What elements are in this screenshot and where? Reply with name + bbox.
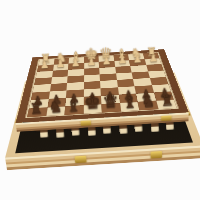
- black-n-piece: ♞: [138, 92, 158, 109]
- hinge-icon: [75, 156, 87, 163]
- square-a8: ♜: [156, 100, 177, 110]
- square-g5: [50, 83, 68, 91]
- board-clasp-icon: [80, 120, 91, 126]
- board-clasp-icon: [161, 115, 171, 121]
- black-b-piece: ♝: [120, 93, 140, 110]
- black-q-piece: ♛: [101, 92, 121, 111]
- square-b8: ♞: [138, 101, 158, 111]
- black-n-piece: ♞: [45, 98, 65, 115]
- square-b4: [132, 71, 150, 79]
- white-p-piece: ♟: [129, 54, 145, 65]
- square-e8: ♚: [83, 104, 102, 114]
- white-p-piece: ♟: [68, 58, 84, 69]
- square-g8: ♞: [46, 106, 65, 116]
- black-k-piece: ♚: [82, 92, 102, 112]
- chess-board: ♜♞♝♚♛♝♞♜♟♟♟♟♟♟♟♟♟♟♟♟♟♟♟♟♜♞♝♚♛♝♞♜: [16, 49, 189, 123]
- square-d8: ♛: [101, 103, 120, 113]
- hinge-icon: [151, 151, 163, 158]
- scene-3d: ♜♞♝♚♛♝♞♜♟♟♟♟♟♟♟♟♟♟♟♟♟♟♟♟♜♞♝♚♛♝♞♜: [16, 49, 189, 123]
- white-p-piece: ♟: [114, 55, 130, 66]
- square-f8: ♝: [65, 105, 84, 115]
- board-grid: ♜♞♝♚♛♝♞♜♟♟♟♟♟♟♟♟♟♟♟♟♟♟♟♟♜♞♝♚♛♝♞♜: [27, 53, 177, 118]
- white-p-piece: ♟: [99, 56, 115, 67]
- square-c8: ♝: [119, 102, 139, 112]
- white-p-piece: ♟: [145, 53, 161, 64]
- black-b-piece: ♝: [64, 97, 84, 114]
- black-r-piece: ♜: [26, 100, 46, 116]
- square-h8: ♜: [27, 107, 47, 117]
- white-p-piece: ♟: [83, 57, 99, 68]
- chess-set-product-photo: ♜♞♝♚♛♝♞♜♟♟♟♟♟♟♟♟♟♟♟♟♟♟♟♟♜♞♝♚♛♝♞♜: [0, 0, 200, 200]
- white-p-piece: ♟: [52, 59, 68, 70]
- black-r-piece: ♜: [157, 92, 177, 108]
- white-p-piece: ♟: [37, 60, 53, 71]
